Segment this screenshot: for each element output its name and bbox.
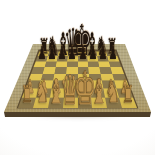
piece-white-knight-b1[interactable]: ♞ xyxy=(35,79,49,108)
piece-white-rook-a1[interactable]: ♜ xyxy=(21,83,33,107)
piece-white-bishop-f1[interactable]: ♝ xyxy=(91,75,108,109)
piece-black-pawn-g7[interactable]: ♟ xyxy=(99,44,108,62)
piece-white-rook-h1[interactable]: ♜ xyxy=(122,83,134,107)
piece-black-pawn-f7[interactable]: ♟ xyxy=(88,44,97,62)
piece-black-pawn-d7[interactable]: ♟ xyxy=(68,44,77,62)
pieces-layer: ♜♞♝♛♚♝♞♜♟♟♟♟♟♟♟♟♟♟♟♟♟♟♟♟♜♞♝♛♚♝♞♜ xyxy=(0,0,155,155)
piece-white-knight-g1[interactable]: ♞ xyxy=(106,79,120,108)
piece-black-pawn-a7[interactable]: ♟ xyxy=(37,44,46,62)
piece-black-pawn-h7[interactable]: ♟ xyxy=(109,44,118,62)
piece-black-pawn-c7[interactable]: ♟ xyxy=(58,44,67,62)
piece-black-pawn-b7[interactable]: ♟ xyxy=(48,44,57,62)
photo-scene: ♜♞♝♛♚♝♞♜♟♟♟♟♟♟♟♟♟♟♟♟♟♟♟♟♜♞♝♛♚♝♞♜ xyxy=(0,0,155,155)
piece-black-pawn-e7[interactable]: ♟ xyxy=(78,44,87,62)
